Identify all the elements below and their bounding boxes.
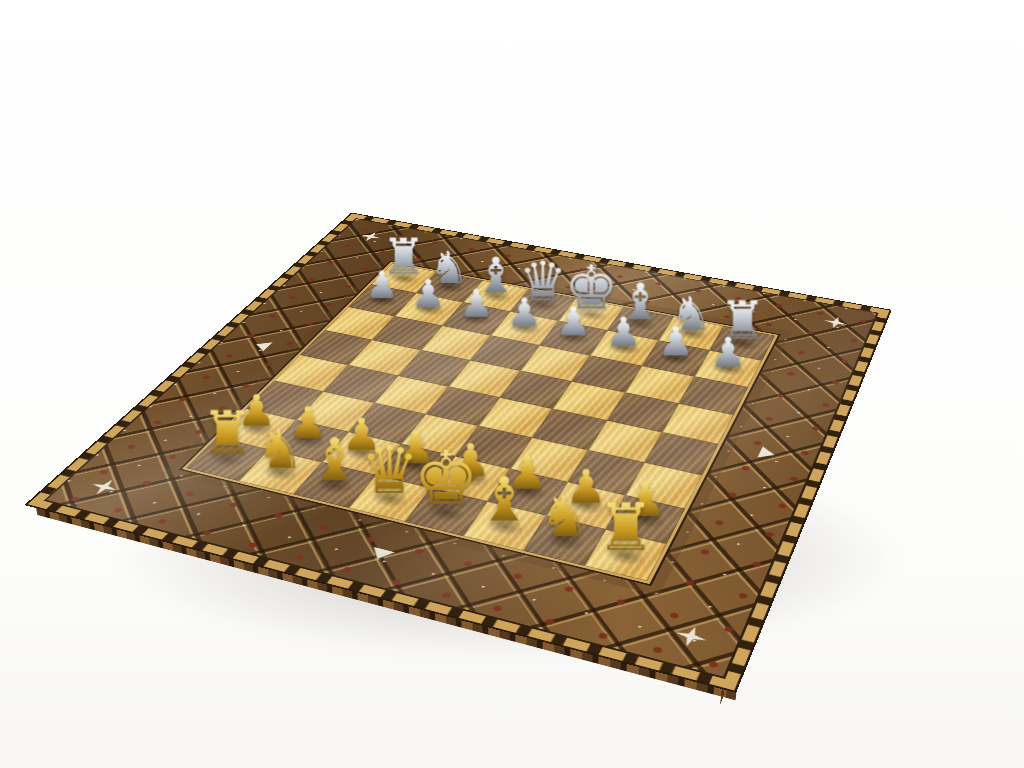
- square-d5: [448, 360, 520, 397]
- rook-glyph: ♜: [573, 495, 677, 560]
- inlay-arrow-icon: [252, 340, 273, 351]
- inlay-star-icon: [84, 476, 124, 497]
- photo-background: ♜♞♝♛♚♝♞♜♟♟♟♟♟♟♟♟♟♟♟♟♟♟♟♟♜♞♝♛♚♝♞♜: [0, 0, 1024, 768]
- inlay-arrow-icon: [367, 547, 395, 562]
- inlay-arrow-icon: [758, 446, 778, 460]
- pawn-glyph: ♟: [684, 332, 771, 373]
- inlay-star-icon: [671, 623, 711, 651]
- inlay-star-icon: [821, 315, 850, 330]
